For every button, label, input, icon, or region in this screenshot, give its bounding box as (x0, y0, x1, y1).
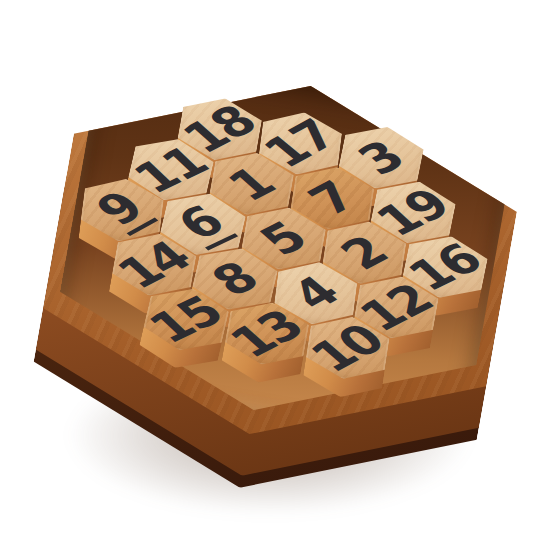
scene: 18173111719965216148412151310 (0, 0, 533, 533)
number-tile-10[interactable]: 10 (304, 310, 392, 385)
number-tile-13[interactable]: 13 (222, 296, 312, 372)
